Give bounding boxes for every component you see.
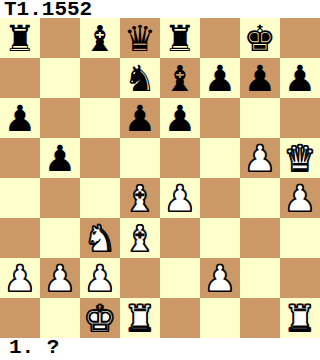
square-h8[interactable] — [280, 18, 320, 58]
square-e3[interactable] — [160, 218, 200, 258]
black-pawn-f7: ♟ — [200, 58, 240, 98]
square-f5[interactable] — [200, 138, 240, 178]
puzzle-title: T1.1552 — [4, 0, 92, 18]
square-a6[interactable]: ♟ — [0, 98, 40, 138]
square-d2[interactable] — [120, 258, 160, 298]
square-c6[interactable] — [80, 98, 120, 138]
square-c7[interactable] — [80, 58, 120, 98]
white-queen-h5: ♛ — [280, 138, 320, 178]
square-c2[interactable]: ♟ — [80, 258, 120, 298]
black-pawn-b5: ♟ — [40, 138, 80, 178]
white-rook-h1: ♜ — [280, 298, 320, 338]
square-c4[interactable] — [80, 178, 120, 218]
white-pawn-h4: ♟ — [280, 178, 320, 218]
square-c8[interactable]: ♝ — [80, 18, 120, 58]
square-b1[interactable] — [40, 298, 80, 338]
square-d4[interactable]: ♝ — [120, 178, 160, 218]
square-e1[interactable] — [160, 298, 200, 338]
square-g6[interactable] — [240, 98, 280, 138]
square-h4[interactable]: ♟ — [280, 178, 320, 218]
square-a4[interactable] — [0, 178, 40, 218]
square-e2[interactable] — [160, 258, 200, 298]
black-bishop-c8: ♝ — [80, 18, 120, 58]
white-bishop-d4: ♝ — [120, 178, 160, 218]
white-bishop-d3: ♝ — [120, 218, 160, 258]
black-queen-d8: ♛ — [120, 18, 160, 58]
black-rook-e8: ♜ — [160, 18, 200, 58]
white-king-c1: ♚ — [80, 298, 120, 338]
black-pawn-g7: ♟ — [240, 58, 280, 98]
white-pawn-c2: ♟ — [80, 258, 120, 298]
square-g7[interactable]: ♟ — [240, 58, 280, 98]
square-a5[interactable] — [0, 138, 40, 178]
square-d3[interactable]: ♝ — [120, 218, 160, 258]
black-rook-a8: ♜ — [0, 18, 40, 58]
white-pawn-a2: ♟ — [0, 258, 40, 298]
square-f3[interactable] — [200, 218, 240, 258]
square-g3[interactable] — [240, 218, 280, 258]
square-a7[interactable] — [0, 58, 40, 98]
square-g8[interactable]: ♚ — [240, 18, 280, 58]
square-e6[interactable]: ♟ — [160, 98, 200, 138]
white-knight-c3: ♞ — [80, 218, 120, 258]
square-a2[interactable]: ♟ — [0, 258, 40, 298]
square-c1[interactable]: ♚ — [80, 298, 120, 338]
square-d5[interactable] — [120, 138, 160, 178]
square-b4[interactable] — [40, 178, 80, 218]
square-g1[interactable] — [240, 298, 280, 338]
square-e8[interactable]: ♜ — [160, 18, 200, 58]
square-e4[interactable]: ♟ — [160, 178, 200, 218]
black-knight-d7: ♞ — [120, 58, 160, 98]
chess-puzzle-page: T1.1552 ♜♝♛♜♚♞♝♟♟♟♟♟♟♟♟♛♝♟♟♞♝♟♟♟♟♚♜♜ 1. … — [0, 0, 320, 360]
square-d1[interactable]: ♜ — [120, 298, 160, 338]
white-pawn-g5: ♟ — [240, 138, 280, 178]
square-g2[interactable] — [240, 258, 280, 298]
square-f6[interactable] — [200, 98, 240, 138]
square-b2[interactable]: ♟ — [40, 258, 80, 298]
black-pawn-e6: ♟ — [160, 98, 200, 138]
black-bishop-e7: ♝ — [160, 58, 200, 98]
square-d8[interactable]: ♛ — [120, 18, 160, 58]
square-h1[interactable]: ♜ — [280, 298, 320, 338]
square-g5[interactable]: ♟ — [240, 138, 280, 178]
square-f8[interactable] — [200, 18, 240, 58]
square-a1[interactable] — [0, 298, 40, 338]
white-pawn-b2: ♟ — [40, 258, 80, 298]
square-b3[interactable] — [40, 218, 80, 258]
square-c5[interactable] — [80, 138, 120, 178]
square-h6[interactable] — [280, 98, 320, 138]
chess-board: ♜♝♛♜♚♞♝♟♟♟♟♟♟♟♟♛♝♟♟♞♝♟♟♟♟♚♜♜ — [0, 18, 320, 338]
square-g4[interactable] — [240, 178, 280, 218]
square-h3[interactable] — [280, 218, 320, 258]
black-pawn-a6: ♟ — [0, 98, 40, 138]
square-b6[interactable] — [40, 98, 80, 138]
white-pawn-f2: ♟ — [200, 258, 240, 298]
black-king-g8: ♚ — [240, 18, 280, 58]
square-a3[interactable] — [0, 218, 40, 258]
square-b8[interactable] — [40, 18, 80, 58]
square-f2[interactable]: ♟ — [200, 258, 240, 298]
white-rook-d1: ♜ — [120, 298, 160, 338]
move-prompt: 1. ? — [9, 338, 59, 358]
square-f7[interactable]: ♟ — [200, 58, 240, 98]
square-h2[interactable] — [280, 258, 320, 298]
square-d6[interactable]: ♟ — [120, 98, 160, 138]
square-f1[interactable] — [200, 298, 240, 338]
square-b7[interactable] — [40, 58, 80, 98]
square-c3[interactable]: ♞ — [80, 218, 120, 258]
square-e5[interactable] — [160, 138, 200, 178]
square-d7[interactable]: ♞ — [120, 58, 160, 98]
square-f4[interactable] — [200, 178, 240, 218]
square-h5[interactable]: ♛ — [280, 138, 320, 178]
black-pawn-d6: ♟ — [120, 98, 160, 138]
square-b5[interactable]: ♟ — [40, 138, 80, 178]
black-pawn-h7: ♟ — [280, 58, 320, 98]
square-e7[interactable]: ♝ — [160, 58, 200, 98]
white-pawn-e4: ♟ — [160, 178, 200, 218]
square-h7[interactable]: ♟ — [280, 58, 320, 98]
square-a8[interactable]: ♜ — [0, 18, 40, 58]
